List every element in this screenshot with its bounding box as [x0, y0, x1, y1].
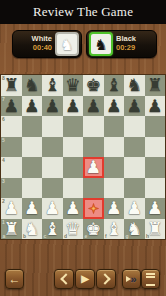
- menu-bars-icon: [146, 273, 155, 286]
- black-pawn: ♟: [126, 96, 142, 117]
- square-a7: 7♟: [1, 96, 22, 117]
- square-d7: ♟: [63, 96, 84, 117]
- square-d2: ♟: [63, 198, 84, 219]
- white-pawn: ♟: [44, 198, 60, 219]
- square-a3: 3: [1, 178, 22, 199]
- square-f2: ♟: [104, 198, 125, 219]
- square-b5: [22, 137, 43, 158]
- square-d8: ♛: [63, 75, 84, 96]
- square-a1: 1a♜: [1, 219, 22, 240]
- square-g3: [124, 178, 145, 199]
- square-g1: g♞: [124, 219, 145, 240]
- black-queen: ♛: [65, 75, 81, 96]
- black-bishop: ♝: [106, 75, 122, 96]
- black-pawn: ♟: [24, 96, 40, 117]
- white-player-clock: 00:40: [33, 44, 52, 53]
- white-pawn: ♟: [106, 198, 122, 219]
- square-b2: ♟: [22, 198, 43, 219]
- play-button[interactable]: ▶: [75, 269, 95, 289]
- black-pawn: ♟: [65, 96, 81, 117]
- white-knight: ♞: [24, 219, 40, 240]
- square-f1: f♝: [104, 219, 125, 240]
- square-a5: 5: [1, 137, 22, 158]
- white-knight-icon: ♞: [60, 37, 73, 52]
- white-pawn: ♟: [24, 198, 40, 219]
- black-player-card: ♞ Black 00:29: [86, 30, 157, 58]
- white-bishop: ♝: [44, 219, 60, 240]
- next-move-button[interactable]: [96, 269, 116, 289]
- back-button[interactable]: ←: [5, 269, 24, 289]
- square-h8: ♜: [145, 75, 166, 96]
- square-b7: ♟: [22, 96, 43, 117]
- skip-to-end-button[interactable]: »: [122, 269, 141, 289]
- square-d3: [63, 178, 84, 199]
- square-g8: ♞: [124, 75, 145, 96]
- play-icon: ▶: [81, 274, 89, 284]
- square-e5: [83, 137, 104, 158]
- square-g7: ♟: [124, 96, 145, 117]
- white-pawn: ♟: [147, 198, 163, 219]
- white-pawn: ♟: [65, 198, 81, 219]
- black-player-clock: 00:29: [116, 44, 135, 53]
- black-bishop: ♝: [44, 75, 60, 96]
- black-pawn: ♟: [106, 96, 122, 117]
- square-g2: ♟: [124, 198, 145, 219]
- chess-board: 8♜♞♝♛♚♝♞♜7♟♟♟♟♟♟♟♟654♟32♟♟♟♟♟♟♟1a♜b♞c♝d♛…: [0, 74, 166, 240]
- square-e8: ♚: [83, 75, 104, 96]
- white-king: ♚: [85, 219, 101, 240]
- square-g5: [124, 137, 145, 158]
- title-bar: Review The Game: [0, 0, 166, 24]
- move-list-button[interactable]: [141, 269, 160, 289]
- black-pawn: ♟: [85, 96, 101, 117]
- black-rook: ♜: [3, 75, 19, 96]
- move-origin-star-icon: [88, 203, 99, 214]
- square-c6: [42, 116, 63, 137]
- square-c1: c♝: [42, 219, 63, 240]
- square-d5: [63, 137, 84, 158]
- square-g6: [124, 116, 145, 137]
- black-pawn: ♟: [44, 96, 60, 117]
- black-rook: ♜: [147, 75, 163, 96]
- white-bishop: ♝: [106, 219, 122, 240]
- square-f4: [104, 157, 125, 178]
- previous-move-button[interactable]: [54, 269, 74, 289]
- square-c5: [42, 137, 63, 158]
- white-player-avatar: ♞: [55, 32, 79, 56]
- square-a6: 6: [1, 116, 22, 137]
- square-h4: [145, 157, 166, 178]
- white-pawn: ♟: [85, 157, 101, 178]
- square-e1: e♚: [83, 219, 104, 240]
- square-a2: 2♟: [1, 198, 22, 219]
- square-b4: [22, 157, 43, 178]
- black-knight-icon: ♞: [94, 37, 107, 52]
- rank-label: 4: [2, 157, 5, 163]
- black-knight: ♞: [126, 75, 142, 96]
- black-player-avatar: ♞: [89, 32, 113, 56]
- square-e3: [83, 178, 104, 199]
- square-c2: ♟: [42, 198, 63, 219]
- white-queen: ♛: [65, 219, 81, 240]
- square-a4: 4: [1, 157, 22, 178]
- square-h6: [145, 116, 166, 137]
- square-b8: ♞: [22, 75, 43, 96]
- square-h7: ♟: [145, 96, 166, 117]
- square-e4: ♟: [83, 157, 104, 178]
- square-b1: b♞: [22, 219, 43, 240]
- square-e2: [83, 198, 104, 219]
- rank-label: 6: [2, 116, 5, 122]
- white-rook: ♜: [3, 219, 19, 240]
- square-a8: 8♜: [1, 75, 22, 96]
- square-h2: ♟: [145, 198, 166, 219]
- square-c8: ♝: [42, 75, 63, 96]
- wood-background: Review The Game White 00:40 ♞ ♞ Black 00…: [0, 0, 166, 296]
- chevron-left-icon: [60, 273, 71, 284]
- square-c3: [42, 178, 63, 199]
- square-e6: [83, 116, 104, 137]
- square-h5: [145, 137, 166, 158]
- square-d1: d♛: [63, 219, 84, 240]
- square-f3: [104, 178, 125, 199]
- square-f5: [104, 137, 125, 158]
- square-c7: ♟: [42, 96, 63, 117]
- rank-label: 5: [2, 137, 5, 143]
- square-e7: ♟: [83, 96, 104, 117]
- square-f8: ♝: [104, 75, 125, 96]
- chevron-right-icon: [99, 273, 110, 284]
- square-c4: [42, 157, 63, 178]
- white-pawn: ♟: [3, 198, 19, 219]
- arrow-left-icon: ←: [9, 273, 21, 285]
- page-title: Review The Game: [33, 4, 133, 20]
- white-knight: ♞: [126, 219, 142, 240]
- fast-forward-icon: »: [126, 274, 136, 285]
- square-h1: h♜: [145, 219, 166, 240]
- black-king: ♚: [85, 75, 101, 96]
- black-pawn: ♟: [147, 96, 163, 117]
- square-h3: [145, 178, 166, 199]
- white-player-card: White 00:40 ♞: [12, 30, 82, 58]
- square-b6: [22, 116, 43, 137]
- square-b3: [22, 178, 43, 199]
- square-d4: [63, 157, 84, 178]
- black-pawn: ♟: [3, 96, 19, 117]
- white-pawn: ♟: [126, 198, 142, 219]
- square-f6: [104, 116, 125, 137]
- square-g4: [124, 157, 145, 178]
- white-rook: ♜: [147, 219, 163, 240]
- black-knight: ♞: [24, 75, 40, 96]
- square-d6: [63, 116, 84, 137]
- square-f7: ♟: [104, 96, 125, 117]
- rank-label: 3: [2, 178, 5, 184]
